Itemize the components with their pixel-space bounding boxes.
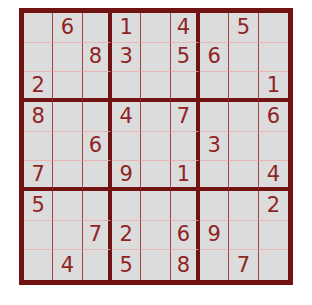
cell-r8c7[interactable]: 9 — [200, 221, 229, 251]
cell-r9c5[interactable] — [141, 250, 170, 280]
cell-r3c4[interactable] — [112, 72, 141, 102]
cell-r9c9[interactable] — [259, 250, 288, 280]
cell-r9c6[interactable]: 8 — [171, 250, 200, 280]
cell-r8c5[interactable] — [141, 221, 170, 251]
cell-r1c2[interactable]: 6 — [53, 13, 82, 43]
cell-r9c8[interactable]: 7 — [229, 250, 258, 280]
cell-r6c8[interactable] — [229, 161, 258, 191]
cell-r4c5[interactable] — [141, 102, 170, 132]
cell-r4c1[interactable]: 8 — [24, 102, 53, 132]
cell-r2c5[interactable] — [141, 43, 170, 73]
cell-r3c7[interactable] — [200, 72, 229, 102]
cell-r6c5[interactable] — [141, 161, 170, 191]
cell-r7c7[interactable] — [200, 191, 229, 221]
cell-r6c4[interactable]: 9 — [112, 161, 141, 191]
cell-r9c2[interactable]: 4 — [53, 250, 82, 280]
cell-r3c1[interactable]: 2 — [24, 72, 53, 102]
cell-r2c8[interactable] — [229, 43, 258, 73]
cell-r9c3[interactable] — [83, 250, 112, 280]
cell-r7c8[interactable] — [229, 191, 258, 221]
cell-r8c3[interactable]: 7 — [83, 221, 112, 251]
page: 614583562184766379145272694587 — [0, 0, 312, 305]
cell-r5c8[interactable] — [229, 132, 258, 162]
cell-r1c7[interactable] — [200, 13, 229, 43]
cell-r7c1[interactable]: 5 — [24, 191, 53, 221]
cell-r5c9[interactable] — [259, 132, 288, 162]
cell-r2c3[interactable]: 8 — [83, 43, 112, 73]
cell-r7c4[interactable] — [112, 191, 141, 221]
cell-r1c6[interactable]: 4 — [171, 13, 200, 43]
cell-r3c8[interactable] — [229, 72, 258, 102]
cell-r6c3[interactable] — [83, 161, 112, 191]
cell-r8c6[interactable]: 6 — [171, 221, 200, 251]
cell-r2c6[interactable]: 5 — [171, 43, 200, 73]
cell-r9c7[interactable] — [200, 250, 229, 280]
cell-r5c1[interactable] — [24, 132, 53, 162]
cell-r6c6[interactable]: 1 — [171, 161, 200, 191]
cell-r7c6[interactable] — [171, 191, 200, 221]
cell-r8c8[interactable] — [229, 221, 258, 251]
cell-r1c5[interactable] — [141, 13, 170, 43]
cell-r4c7[interactable] — [200, 102, 229, 132]
cell-r7c3[interactable] — [83, 191, 112, 221]
cell-r3c6[interactable] — [171, 72, 200, 102]
cell-r6c7[interactable] — [200, 161, 229, 191]
cell-r1c1[interactable] — [24, 13, 53, 43]
cell-r3c9[interactable]: 1 — [259, 72, 288, 102]
cell-r1c8[interactable]: 5 — [229, 13, 258, 43]
cell-r8c4[interactable]: 2 — [112, 221, 141, 251]
sudoku-board: 614583562184766379145272694587 — [19, 8, 293, 285]
cell-r8c2[interactable] — [53, 221, 82, 251]
cell-r1c9[interactable] — [259, 13, 288, 43]
cell-r6c1[interactable]: 7 — [24, 161, 53, 191]
cell-r2c9[interactable] — [259, 43, 288, 73]
cell-r5c7[interactable]: 3 — [200, 132, 229, 162]
cell-r4c9[interactable]: 6 — [259, 102, 288, 132]
cell-r4c2[interactable] — [53, 102, 82, 132]
cell-r9c1[interactable] — [24, 250, 53, 280]
cell-r3c2[interactable] — [53, 72, 82, 102]
cell-r2c4[interactable]: 3 — [112, 43, 141, 73]
cell-r8c1[interactable] — [24, 221, 53, 251]
cell-r1c4[interactable]: 1 — [112, 13, 141, 43]
cell-r5c2[interactable] — [53, 132, 82, 162]
cell-r5c4[interactable] — [112, 132, 141, 162]
cell-r6c2[interactable] — [53, 161, 82, 191]
cell-r7c9[interactable]: 2 — [259, 191, 288, 221]
cell-r1c3[interactable] — [83, 13, 112, 43]
cell-r2c1[interactable] — [24, 43, 53, 73]
cell-r5c3[interactable]: 6 — [83, 132, 112, 162]
cell-r4c8[interactable] — [229, 102, 258, 132]
cell-r4c4[interactable]: 4 — [112, 102, 141, 132]
cell-r9c4[interactable]: 5 — [112, 250, 141, 280]
cell-r6c9[interactable]: 4 — [259, 161, 288, 191]
cell-r4c3[interactable] — [83, 102, 112, 132]
cell-r3c5[interactable] — [141, 72, 170, 102]
cell-r8c9[interactable] — [259, 221, 288, 251]
cell-r4c6[interactable]: 7 — [171, 102, 200, 132]
cell-r3c3[interactable] — [83, 72, 112, 102]
cell-r7c2[interactable] — [53, 191, 82, 221]
cell-r7c5[interactable] — [141, 191, 170, 221]
cell-r5c5[interactable] — [141, 132, 170, 162]
cell-r2c2[interactable] — [53, 43, 82, 73]
cell-r2c7[interactable]: 6 — [200, 43, 229, 73]
cell-r5c6[interactable] — [171, 132, 200, 162]
